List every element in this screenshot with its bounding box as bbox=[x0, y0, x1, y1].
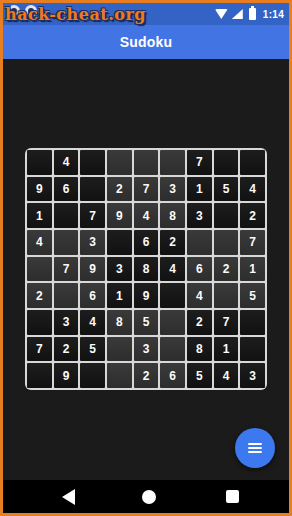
sudoku-cell[interactable]: 6 bbox=[134, 230, 159, 255]
sudoku-cell[interactable] bbox=[240, 337, 265, 362]
wifi-icon bbox=[215, 9, 228, 19]
sudoku-cell[interactable]: 8 bbox=[187, 337, 212, 362]
sudoku-cell[interactable] bbox=[80, 150, 105, 175]
sudoku-cell[interactable] bbox=[107, 337, 132, 362]
sudoku-cell[interactable]: 9 bbox=[27, 177, 52, 202]
sudoku-cell[interactable]: 5 bbox=[134, 310, 159, 335]
nav-home-button[interactable] bbox=[129, 480, 169, 513]
sudoku-cell[interactable] bbox=[160, 283, 185, 308]
sudoku-cell[interactable]: 8 bbox=[134, 257, 159, 282]
sudoku-cell[interactable] bbox=[160, 337, 185, 362]
sudoku-cell[interactable]: 9 bbox=[54, 363, 79, 388]
sudoku-cell[interactable]: 2 bbox=[27, 283, 52, 308]
sudoku-cell[interactable] bbox=[107, 363, 132, 388]
sudoku-cell[interactable] bbox=[107, 150, 132, 175]
status-bar-right: 1:14 bbox=[215, 8, 284, 20]
sudoku-cell[interactable]: 9 bbox=[80, 257, 105, 282]
notification-icon bbox=[25, 5, 37, 17]
sudoku-cell[interactable]: 6 bbox=[160, 363, 185, 388]
sudoku-cell[interactable]: 5 bbox=[187, 363, 212, 388]
sudoku-cell[interactable]: 3 bbox=[107, 257, 132, 282]
sudoku-cell[interactable]: 5 bbox=[240, 283, 265, 308]
recents-icon bbox=[226, 490, 239, 503]
sudoku-cell[interactable]: 9 bbox=[107, 203, 132, 228]
sudoku-cell[interactable]: 4 bbox=[240, 177, 265, 202]
sudoku-cell[interactable]: 7 bbox=[214, 310, 239, 335]
sudoku-cell[interactable]: 2 bbox=[187, 310, 212, 335]
sudoku-cell[interactable]: 4 bbox=[214, 363, 239, 388]
sudoku-cell[interactable] bbox=[80, 177, 105, 202]
sudoku-cell[interactable]: 6 bbox=[54, 177, 79, 202]
sudoku-cell[interactable] bbox=[240, 310, 265, 335]
sudoku-cell[interactable] bbox=[214, 150, 239, 175]
app-bar: Sudoku bbox=[3, 25, 289, 59]
sudoku-cell[interactable] bbox=[27, 310, 52, 335]
notification-icons bbox=[8, 5, 37, 17]
sudoku-cell[interactable]: 7 bbox=[27, 337, 52, 362]
sudoku-cell[interactable]: 7 bbox=[187, 150, 212, 175]
sudoku-cell[interactable]: 2 bbox=[214, 257, 239, 282]
sudoku-cell[interactable]: 1 bbox=[107, 283, 132, 308]
sudoku-cell[interactable]: 3 bbox=[80, 230, 105, 255]
sudoku-cell[interactable] bbox=[160, 310, 185, 335]
sudoku-cell[interactable]: 7 bbox=[134, 177, 159, 202]
sudoku-cell[interactable]: 1 bbox=[187, 177, 212, 202]
sudoku-board: 4796273154179483243627793846212619453485… bbox=[25, 148, 267, 390]
sudoku-cell[interactable] bbox=[27, 363, 52, 388]
android-nav-bar bbox=[3, 480, 289, 513]
sudoku-cell[interactable]: 2 bbox=[134, 363, 159, 388]
screenshot-frame: hack-cheat.org 1:14 Sudoku 4796273154179… bbox=[0, 0, 292, 516]
sudoku-cell[interactable] bbox=[27, 257, 52, 282]
sudoku-cell[interactable]: 7 bbox=[54, 257, 79, 282]
sudoku-cell[interactable] bbox=[54, 203, 79, 228]
sudoku-cell[interactable] bbox=[54, 283, 79, 308]
sudoku-cell[interactable]: 6 bbox=[187, 257, 212, 282]
sudoku-cell[interactable]: 4 bbox=[160, 257, 185, 282]
sudoku-cell[interactable] bbox=[54, 230, 79, 255]
nav-back-button[interactable] bbox=[48, 480, 88, 513]
sudoku-cell[interactable] bbox=[214, 230, 239, 255]
sudoku-cell[interactable]: 2 bbox=[54, 337, 79, 362]
sudoku-cell[interactable]: 3 bbox=[54, 310, 79, 335]
sudoku-cell[interactable] bbox=[214, 203, 239, 228]
sudoku-cell[interactable] bbox=[214, 283, 239, 308]
sudoku-cell[interactable]: 3 bbox=[187, 203, 212, 228]
sudoku-cell[interactable] bbox=[240, 150, 265, 175]
sudoku-cell[interactable]: 4 bbox=[134, 203, 159, 228]
sudoku-cell[interactable]: 9 bbox=[134, 283, 159, 308]
sudoku-cell[interactable]: 2 bbox=[240, 203, 265, 228]
sudoku-cell[interactable]: 6 bbox=[80, 283, 105, 308]
sudoku-cell[interactable]: 4 bbox=[27, 230, 52, 255]
sudoku-cell[interactable] bbox=[160, 150, 185, 175]
sudoku-cell[interactable]: 3 bbox=[240, 363, 265, 388]
sudoku-cell[interactable]: 2 bbox=[160, 230, 185, 255]
cell-signal-icon bbox=[232, 9, 243, 19]
sudoku-cell[interactable]: 1 bbox=[214, 337, 239, 362]
sudoku-cell[interactable]: 3 bbox=[160, 177, 185, 202]
sudoku-cell[interactable]: 8 bbox=[160, 203, 185, 228]
sudoku-cell[interactable]: 5 bbox=[80, 337, 105, 362]
nav-recents-button[interactable] bbox=[212, 480, 252, 513]
page-title: Sudoku bbox=[120, 34, 173, 50]
status-time: 1:14 bbox=[263, 9, 284, 20]
sudoku-cell[interactable]: 3 bbox=[134, 337, 159, 362]
sudoku-cell[interactable]: 5 bbox=[214, 177, 239, 202]
sudoku-cell[interactable]: 7 bbox=[240, 230, 265, 255]
sudoku-cell[interactable] bbox=[27, 150, 52, 175]
sudoku-cell[interactable]: 1 bbox=[27, 203, 52, 228]
battery-icon bbox=[249, 8, 256, 20]
sudoku-cell[interactable] bbox=[134, 150, 159, 175]
fab-menu-button[interactable] bbox=[235, 428, 275, 468]
sudoku-cell[interactable]: 8 bbox=[107, 310, 132, 335]
sudoku-cell[interactable] bbox=[187, 230, 212, 255]
home-icon bbox=[142, 490, 156, 504]
back-icon bbox=[62, 489, 75, 505]
status-bar: 1:14 bbox=[3, 3, 289, 25]
sudoku-cell[interactable] bbox=[80, 363, 105, 388]
menu-icon bbox=[248, 443, 262, 453]
sudoku-cell[interactable] bbox=[107, 230, 132, 255]
notification-icon bbox=[8, 5, 20, 17]
app-body: 4796273154179483243627793846212619453485… bbox=[3, 59, 289, 480]
sudoku-cell[interactable]: 7 bbox=[80, 203, 105, 228]
sudoku-cell[interactable]: 4 bbox=[54, 150, 79, 175]
sudoku-cell[interactable]: 1 bbox=[240, 257, 265, 282]
sudoku-cell[interactable]: 4 bbox=[187, 283, 212, 308]
sudoku-cell[interactable]: 4 bbox=[80, 310, 105, 335]
sudoku-cell[interactable]: 2 bbox=[107, 177, 132, 202]
